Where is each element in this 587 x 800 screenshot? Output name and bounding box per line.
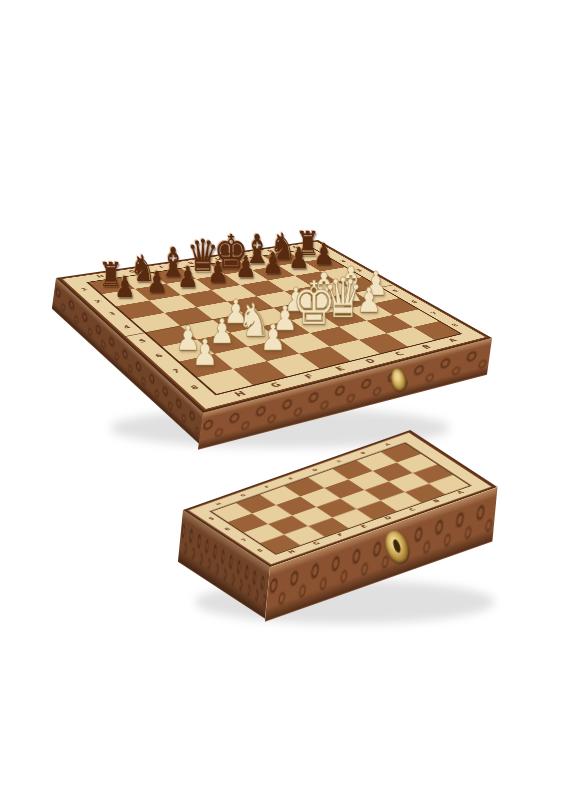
coordinate-label: E [334, 366, 346, 372]
coordinate-label: B [360, 451, 367, 454]
coordinate-label: 3 [356, 269, 364, 272]
coordinate-label: D [364, 358, 377, 364]
coordinate-label: D [311, 468, 318, 472]
coordinate-label: 1 [81, 288, 89, 292]
coordinate-label: G [269, 382, 283, 389]
coordinate-label: 4 [123, 325, 132, 329]
coordinate-label: 2 [339, 260, 347, 263]
coordinate-label: E [288, 477, 295, 480]
coordinate-label: B [433, 499, 442, 503]
coordinate-label: C [242, 254, 250, 257]
coordinate-label: 2 [94, 300, 103, 304]
coordinate-label: F [159, 266, 167, 269]
coordinate-label: 8 [257, 549, 265, 553]
coordinate-label: 6 [225, 528, 233, 532]
coordinate-label: D [384, 516, 393, 521]
coordinate-label: H [96, 275, 105, 278]
coordinate-label: 6 [155, 354, 165, 359]
coordinate-label: H [233, 391, 247, 398]
coordinate-label: 8 [451, 324, 460, 328]
coordinate-label: E [361, 525, 369, 529]
coordinate-label: G [240, 494, 247, 498]
coordinate-label: 7 [431, 312, 440, 316]
coordinate-label: C [409, 508, 418, 512]
coordinate-label: B [267, 250, 275, 253]
coordinate-label: F [264, 485, 271, 488]
coordinate-label: A [447, 338, 459, 343]
coordinate-label: B [421, 344, 433, 349]
coordinate-label: C [336, 460, 343, 463]
coordinate-label: 8 [190, 385, 200, 390]
coordinate-label: 7 [172, 369, 182, 374]
coordinate-label: 5 [138, 339, 147, 343]
coordinate-label: F [337, 533, 345, 537]
coordinate-label: F [303, 374, 315, 380]
coordinate-label: 5 [208, 517, 216, 521]
product-photo-scene: 12345678 12345678 HGFEDCBA HGFEDCBA ♜♞♝♛… [0, 0, 587, 800]
coordinate-label: A [384, 443, 391, 446]
coordinate-label: A [457, 491, 466, 495]
coordinate-label: 7 [241, 538, 249, 542]
coordinate-label: 5 [392, 290, 400, 293]
coordinate-label: G [313, 542, 322, 547]
coordinate-label: G [128, 270, 137, 273]
coordinate-label: H [288, 550, 297, 555]
coordinate-label: E [187, 262, 195, 265]
coordinate-label: C [393, 351, 405, 356]
coordinate-label: H [215, 502, 222, 506]
coordinate-label: A [292, 246, 300, 249]
coordinate-label: 3 [108, 312, 117, 316]
coordinate-label: D [215, 258, 223, 261]
coordinate-label: 6 [411, 300, 419, 303]
coordinate-label: 1 [323, 251, 330, 254]
coordinate-label: 4 [374, 279, 382, 282]
